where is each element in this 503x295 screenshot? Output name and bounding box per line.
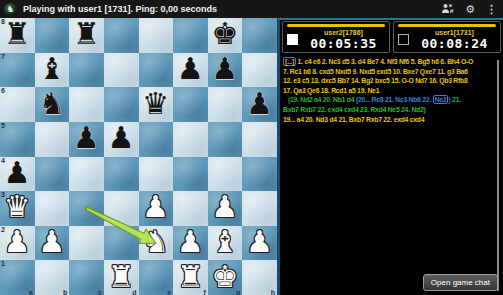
square-h5[interactable] xyxy=(242,122,277,157)
square-d7[interactable] xyxy=(104,53,139,88)
move-list[interactable]: [...] 1. c4 e6 2. Nc3 d5 3. d4 Be7 4. Nf… xyxy=(280,55,503,124)
square-h7[interactable] xyxy=(242,53,277,88)
square-a2[interactable]: ♟2 xyxy=(0,226,35,261)
black-pawn-f7[interactable]: ♟ xyxy=(177,54,204,84)
black-bishop-b7[interactable]: ♝ xyxy=(38,54,65,84)
file-label-h: h xyxy=(271,289,275,295)
file-label-f: f xyxy=(203,289,205,295)
square-d2[interactable] xyxy=(104,226,139,261)
game-info-panel: user2[1786] 00:05:35 user1[1731] 00:08:2… xyxy=(277,18,503,295)
square-f5[interactable] xyxy=(173,122,208,157)
rank-label-6: 6 xyxy=(1,87,5,94)
square-h4[interactable] xyxy=(242,157,277,192)
players-icon[interactable] xyxy=(441,3,454,16)
square-a1[interactable]: 1a xyxy=(0,260,35,295)
square-b8[interactable] xyxy=(35,18,70,53)
move-list-scrollbar[interactable] xyxy=(497,60,499,291)
square-b6[interactable]: ♞ xyxy=(35,87,70,122)
move-line-5: (19. Nd2 a4 20. Nb1 d4 (20... Rc8 21. Nc… xyxy=(283,95,497,105)
move-text[interactable]: (19. Nd2 a4 20. Nb1 d4 xyxy=(288,96,356,103)
square-d8[interactable] xyxy=(104,18,139,53)
square-b4[interactable] xyxy=(35,157,70,192)
black-rook-c8[interactable]: ♜ xyxy=(73,19,100,49)
square-a6[interactable]: 6 xyxy=(0,87,35,122)
square-e6[interactable]: ♛ xyxy=(139,87,174,122)
rank-label-3: 3 xyxy=(1,191,5,198)
square-f6[interactable] xyxy=(173,87,208,122)
black-pawn-d5[interactable]: ♟ xyxy=(108,123,135,153)
square-h6[interactable]: ♟ xyxy=(242,87,277,122)
black-time-bar xyxy=(398,24,496,27)
white-time-bar xyxy=(287,24,385,27)
rank-label-1: 1 xyxy=(1,260,5,267)
white-pawn-e3[interactable]: ♟ xyxy=(142,192,169,222)
move-text[interactable]: (20... Rc8 21. Nc3 Nb6 22. xyxy=(356,96,433,103)
file-label-g: g xyxy=(236,289,240,295)
app-screen: ♞ Playing with user1 [1731]. Ping: 0,00 … xyxy=(0,0,503,295)
move-text[interactable]: 17. Qa3 Qe6 18. Rcd1 a5 19. Ne1 xyxy=(283,87,379,94)
black-queen-e6[interactable]: ♛ xyxy=(142,89,169,119)
square-d1[interactable]: ♜d xyxy=(104,260,139,295)
square-g1[interactable]: ♚g xyxy=(208,260,243,295)
rank-label-8: 8 xyxy=(1,18,5,25)
square-h1[interactable]: h xyxy=(242,260,277,295)
square-e3[interactable]: ♟ xyxy=(139,191,174,226)
square-b7[interactable]: ♝ xyxy=(35,53,70,88)
square-a8[interactable]: ♜8 xyxy=(0,18,35,53)
square-c6[interactable] xyxy=(69,87,104,122)
white-king-g1[interactable]: ♚ xyxy=(212,262,239,292)
white-pawn-b2[interactable]: ♟ xyxy=(38,227,65,257)
square-f2[interactable]: ♟ xyxy=(173,226,208,261)
white-side-icon xyxy=(287,34,298,45)
white-player-box: user2[1786] 00:05:35 xyxy=(282,21,390,53)
overflow-menu-icon[interactable]: ⋮ xyxy=(486,4,497,15)
move-text[interactable]: 12. e3 c5 13. dxc5 Bb7 14. Bg2 bxc5 15. … xyxy=(283,77,467,84)
players-header: user2[1786] 00:05:35 user1[1731] 00:08:2… xyxy=(280,20,503,55)
square-e2[interactable]: ♞ xyxy=(139,226,174,261)
square-g2[interactable]: ♝ xyxy=(208,226,243,261)
square-c4[interactable] xyxy=(69,157,104,192)
settings-gear-icon[interactable]: ⚙ xyxy=(465,4,475,15)
square-f8[interactable] xyxy=(173,18,208,53)
square-d3[interactable] xyxy=(104,191,139,226)
square-h3[interactable] xyxy=(242,191,277,226)
square-c3[interactable] xyxy=(69,191,104,226)
white-pawn-f2[interactable]: ♟ xyxy=(177,227,204,257)
square-c1[interactable]: c xyxy=(69,260,104,295)
black-player-box: user1[1731] 00:08:24 xyxy=(393,21,501,53)
move-text[interactable]: 7. Rc1 b6 8. cxd5 Nxd5 9. Nxd5 exd5 10. … xyxy=(283,68,468,75)
move-text[interactable]: 1. c4 e6 2. Nc3 d5 3. d4 Be7 4. Nf3 Nf6 … xyxy=(296,58,473,65)
move-line-7: 19... a4 20. Nd3 d4 21. Bxb7 Rxb7 22. ex… xyxy=(283,115,497,125)
square-a5[interactable]: 5 xyxy=(0,122,35,157)
square-c8[interactable]: ♜ xyxy=(69,18,104,53)
white-rook-d1[interactable]: ♜ xyxy=(108,262,135,292)
square-e7[interactable] xyxy=(139,53,174,88)
rank-label-5: 5 xyxy=(1,122,5,129)
square-f4[interactable] xyxy=(173,157,208,192)
move-text[interactable]: 19... a4 20. Nd3 d4 21. Bxb7 Rxb7 22. ex… xyxy=(283,116,424,123)
top-bar: ♞ Playing with user1 [1731]. Ping: 0,00 … xyxy=(0,0,503,18)
square-h8[interactable] xyxy=(242,18,277,53)
square-g4[interactable] xyxy=(208,157,243,192)
rank-label-4: 4 xyxy=(1,157,5,164)
square-d4[interactable] xyxy=(104,157,139,192)
square-c7[interactable] xyxy=(69,53,104,88)
white-knight-e2[interactable]: ♞ xyxy=(142,227,169,257)
square-d6[interactable] xyxy=(104,87,139,122)
square-c5[interactable]: ♟ xyxy=(69,122,104,157)
status-title: Playing with user1 [1731]. Ping: 0,00 se… xyxy=(23,4,435,14)
square-f3[interactable] xyxy=(173,191,208,226)
square-a3[interactable]: ♛3 xyxy=(0,191,35,226)
square-h2[interactable]: ♟ xyxy=(242,226,277,261)
black-pawn-g7[interactable]: ♟ xyxy=(212,54,239,84)
black-player-clock: 00:08:24 xyxy=(411,37,498,50)
move-text[interactable]: 21. xyxy=(450,96,460,103)
white-bishop-g2[interactable]: ♝ xyxy=(212,227,239,257)
square-g7[interactable]: ♟ xyxy=(208,53,243,88)
white-player-clock: 00:05:35 xyxy=(300,37,387,50)
square-e4[interactable] xyxy=(139,157,174,192)
white-pawn-a2[interactable]: ♟ xyxy=(4,227,31,257)
white-queen-a3[interactable]: ♛ xyxy=(4,192,31,222)
move-line-6: Bxb7 Rxb7 22. exd4 cxd4 23. Rxd4 Ne5 24.… xyxy=(283,105,497,115)
square-f1[interactable]: ♜f xyxy=(173,260,208,295)
square-g6[interactable] xyxy=(208,87,243,122)
move-line-1: [...] 1. c4 e6 2. Nc3 d5 3. d4 Be7 4. Nf… xyxy=(283,57,497,67)
move-line-2: 7. Rc1 b6 8. cxd5 Nxd5 9. Nxd5 exd5 10. … xyxy=(283,67,497,77)
black-king-g8[interactable]: ♚ xyxy=(212,19,239,49)
chess-board[interactable]: ♜8♜♚7♝♟♟6♞♛♟5♟♟♟4♛3♟♟♟2♟♞♟♝♟1abc♜de♜f♚gh xyxy=(0,18,277,295)
white-rook-f1[interactable]: ♜ xyxy=(177,262,204,292)
square-f7[interactable]: ♟ xyxy=(173,53,208,88)
square-a4[interactable]: ♟4 xyxy=(0,157,35,192)
square-b2[interactable]: ♟ xyxy=(35,226,70,261)
square-g3[interactable]: ♟ xyxy=(208,191,243,226)
square-b3[interactable] xyxy=(35,191,70,226)
black-pawn-h6[interactable]: ♟ xyxy=(246,89,273,119)
top-bar-actions: ⚙ ⋮ xyxy=(441,3,497,16)
file-label-d: d xyxy=(132,289,136,295)
file-label-c: c xyxy=(98,289,102,295)
square-e5[interactable] xyxy=(139,122,174,157)
file-label-b: b xyxy=(63,289,67,295)
square-e1[interactable]: e xyxy=(139,260,174,295)
black-side-icon xyxy=(398,34,409,45)
move-line-4: 17. Qa3 Qe6 18. Rcd1 a5 19. Ne1 xyxy=(283,86,497,96)
file-label-a: a xyxy=(29,289,33,295)
black-rook-a8[interactable]: ♜ xyxy=(4,19,31,49)
open-game-chat-button[interactable]: Open game chat xyxy=(423,274,498,291)
black-pawn-a4[interactable]: ♟ xyxy=(4,158,31,188)
white-pawn-h2[interactable]: ♟ xyxy=(246,227,273,257)
rank-label-2: 2 xyxy=(1,226,5,233)
square-g5[interactable] xyxy=(208,122,243,157)
square-a7[interactable]: 7 xyxy=(0,53,35,88)
black-knight-b6[interactable]: ♞ xyxy=(38,89,65,119)
boxed-move-Ne2[interactable]: Ne2 xyxy=(433,95,449,104)
black-pawn-c5[interactable]: ♟ xyxy=(73,123,100,153)
boxed-move-[interactable]: [...] xyxy=(283,57,296,66)
square-b1[interactable]: b xyxy=(35,260,70,295)
file-label-e: e xyxy=(167,289,171,295)
rank-label-7: 7 xyxy=(1,53,5,60)
square-d5[interactable]: ♟ xyxy=(104,122,139,157)
square-b5[interactable] xyxy=(35,122,70,157)
square-e8[interactable] xyxy=(139,18,174,53)
app-knight-logo-icon: ♞ xyxy=(4,3,17,16)
move-line-3: 12. e3 c5 13. dxc5 Bb7 14. Bg2 bxc5 15. … xyxy=(283,76,497,86)
square-c2[interactable] xyxy=(69,226,104,261)
move-text[interactable]: Bxb7 Rxb7 22. exd4 cxd4 23. Rxd4 Ne5 24.… xyxy=(283,106,426,113)
square-g8[interactable]: ♚ xyxy=(208,18,243,53)
white-pawn-g3[interactable]: ♟ xyxy=(212,192,239,222)
